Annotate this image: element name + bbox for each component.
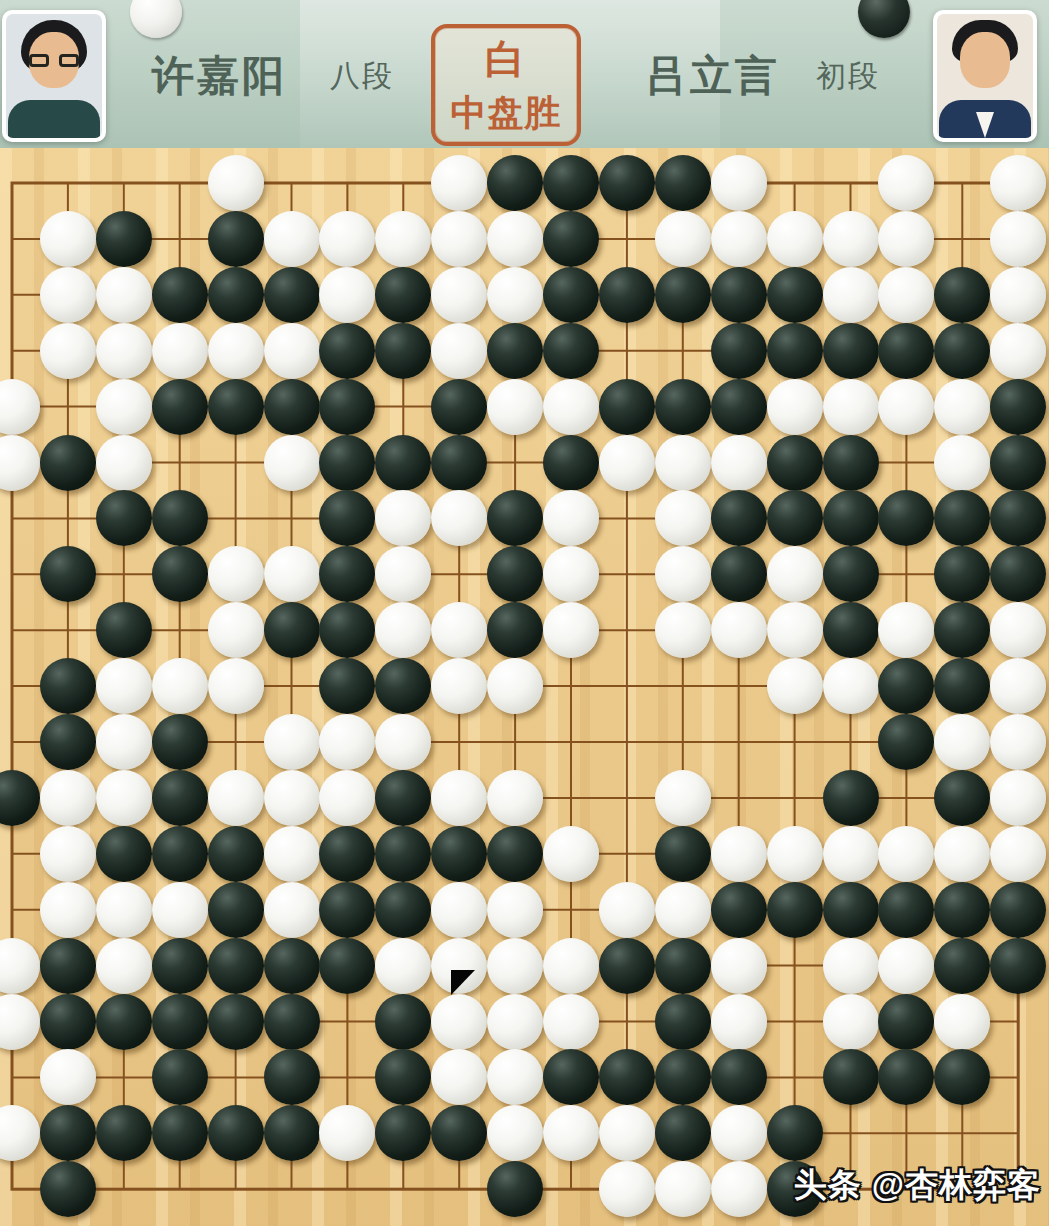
black-stone-c5r18: [208, 1105, 264, 1161]
white-stone-c6r14: [264, 882, 320, 938]
black-stone-c18r12: [934, 770, 990, 826]
black-stone-c11r3: [543, 267, 599, 323]
black-stone-c16r6: [823, 435, 879, 491]
black-stone-c10r8: [487, 546, 543, 602]
white-stone-c5r8: [208, 546, 264, 602]
white-stone-c7r12: [319, 770, 375, 826]
white-stone-c17r3: [878, 267, 934, 323]
avatar-left-body: [8, 100, 100, 138]
white-stone-c18r11: [934, 714, 990, 770]
white-stone-c2r13: [40, 826, 96, 882]
black-stone-c3r9: [96, 602, 152, 658]
black-stone-c10r19: [487, 1161, 543, 1217]
white-stone-c10r3: [487, 267, 543, 323]
white-stone-c5r12: [208, 770, 264, 826]
white-stone-c16r3: [823, 267, 879, 323]
black-stone-c13r16: [655, 994, 711, 1050]
black-stone-c6r3: [264, 267, 320, 323]
white-stone-c19r1: [990, 155, 1046, 211]
white-stone-c9r3: [431, 267, 487, 323]
white-stone-c11r13: [543, 826, 599, 882]
black-stone-c5r3: [208, 267, 264, 323]
white-stone-c18r13: [934, 826, 990, 882]
white-stone-c17r15: [878, 938, 934, 994]
black-stone-c15r18: [767, 1105, 823, 1161]
black-stone-c18r14: [934, 882, 990, 938]
watermark: 头条 @杏林弈客: [794, 1163, 1041, 1208]
black-stone-c2r8: [40, 546, 96, 602]
black-stone-c2r10: [40, 658, 96, 714]
white-stone-c10r2: [487, 211, 543, 267]
black-stone-c7r13: [319, 826, 375, 882]
black-stone-c13r13: [655, 826, 711, 882]
black-stone-c12r3: [599, 267, 655, 323]
white-stone-c15r10: [767, 658, 823, 714]
white-stone-c10r15: [487, 938, 543, 994]
black-stone-c4r17: [152, 1049, 208, 1105]
black-stone-c16r7: [823, 490, 879, 546]
black-stone-c8r6: [375, 435, 431, 491]
white-stone-c2r4: [40, 323, 96, 379]
black-stone-c4r18: [152, 1105, 208, 1161]
white-stone-c6r8: [264, 546, 320, 602]
white-stone-c9r14: [431, 882, 487, 938]
white-stone-c6r6: [264, 435, 320, 491]
white-stone-c5r1: [208, 155, 264, 211]
black-stone-c4r7: [152, 490, 208, 546]
black-stone-c6r5: [264, 379, 320, 435]
black-stone-c15r6: [767, 435, 823, 491]
black-stone-c8r3: [375, 267, 431, 323]
white-stone-c19r9: [990, 602, 1046, 658]
white-stone-c3r3: [96, 267, 152, 323]
black-stone-c7r4: [319, 323, 375, 379]
black-stone-c15r7: [767, 490, 823, 546]
black-stone-c15r4: [767, 323, 823, 379]
white-stone-c2r12: [40, 770, 96, 826]
white-stone-c15r2: [767, 211, 823, 267]
white-stone-c9r4: [431, 323, 487, 379]
result-badge: 白 中盘胜: [431, 24, 581, 146]
white-stone-c17r2: [878, 211, 934, 267]
black-stone-c8r10: [375, 658, 431, 714]
white-stone-c11r9: [543, 602, 599, 658]
white-stone-c12r19: [599, 1161, 655, 1217]
white-stone-c6r13: [264, 826, 320, 882]
black-stone-c14r17: [711, 1049, 767, 1105]
black-stone-c8r16: [375, 994, 431, 1050]
white-stone-c6r4: [264, 323, 320, 379]
black-stone-c13r1: [655, 155, 711, 211]
white-stone-c3r15: [96, 938, 152, 994]
white-stone-c9r12: [431, 770, 487, 826]
black-stone-c4r15: [152, 938, 208, 994]
black-stone-c5r13: [208, 826, 264, 882]
white-stone-c10r16: [487, 994, 543, 1050]
white-stone-c18r16: [934, 994, 990, 1050]
white-stone-c17r13: [878, 826, 934, 882]
black-stone-c10r4: [487, 323, 543, 379]
white-stone-c3r10: [96, 658, 152, 714]
white-stone-c19r13: [990, 826, 1046, 882]
white-stone-c4r4: [152, 323, 208, 379]
player-right-name: 吕立言: [645, 48, 780, 104]
white-stone-c14r19: [711, 1161, 767, 1217]
black-stone-c13r15: [655, 938, 711, 994]
white-stone-c3r11: [96, 714, 152, 770]
black-stone-c3r2: [96, 211, 152, 267]
black-stone-c2r16: [40, 994, 96, 1050]
black-stone-c13r3: [655, 267, 711, 323]
black-stone-c5r15: [208, 938, 264, 994]
black-stone-c16r12: [823, 770, 879, 826]
black-stone-c19r5: [990, 379, 1046, 435]
black-stone-c13r17: [655, 1049, 711, 1105]
black-stone-c16r8: [823, 546, 879, 602]
white-stone-c15r9: [767, 602, 823, 658]
black-stone-c11r1: [543, 155, 599, 211]
black-stone-c7r15: [319, 938, 375, 994]
white-stone-c18r5: [934, 379, 990, 435]
white-stone-c18r6: [934, 435, 990, 491]
black-stone-c4r5: [152, 379, 208, 435]
black-stone-c6r9: [264, 602, 320, 658]
white-stone-c13r12: [655, 770, 711, 826]
black-stone-c8r4: [375, 323, 431, 379]
black-stone-c5r2: [208, 211, 264, 267]
white-stone-c13r9: [655, 602, 711, 658]
black-stone-c11r2: [543, 211, 599, 267]
black-stone-c19r6: [990, 435, 1046, 491]
white-stone-c19r3: [990, 267, 1046, 323]
black-stone-c6r16: [264, 994, 320, 1050]
white-stone-c11r16: [543, 994, 599, 1050]
white-stone-c5r9: [208, 602, 264, 658]
white-stone-c19r12: [990, 770, 1046, 826]
black-stone-c10r13: [487, 826, 543, 882]
white-stone-c4r14: [152, 882, 208, 938]
black-stone-c13r5: [655, 379, 711, 435]
black-stone-c3r7: [96, 490, 152, 546]
black-stone-c8r13: [375, 826, 431, 882]
white-stone-c16r16: [823, 994, 879, 1050]
white-stone-c14r2: [711, 211, 767, 267]
white-stone-c8r15: [375, 938, 431, 994]
player-right-rank: 初段: [816, 56, 880, 97]
black-stone-c18r10: [934, 658, 990, 714]
white-stone-c8r11: [375, 714, 431, 770]
white-stone-c15r13: [767, 826, 823, 882]
glasses-icon: [28, 54, 80, 68]
black-stone-c4r11: [152, 714, 208, 770]
white-stone-c10r12: [487, 770, 543, 826]
avatar-right-face: [960, 32, 1010, 88]
white-stone-c9r16: [431, 994, 487, 1050]
white-stone-c5r4: [208, 323, 264, 379]
white-stone-c8r2: [375, 211, 431, 267]
white-stone-c10r14: [487, 882, 543, 938]
black-stone-c8r14: [375, 882, 431, 938]
black-stone-c17r14: [878, 882, 934, 938]
black-stone-c2r6: [40, 435, 96, 491]
black-stone-c4r3: [152, 267, 208, 323]
white-stone-c13r7: [655, 490, 711, 546]
black-stone-c18r3: [934, 267, 990, 323]
white-stone-c3r6: [96, 435, 152, 491]
white-stone-c14r6: [711, 435, 767, 491]
black-stone-c17r16: [878, 994, 934, 1050]
white-stone-c10r5: [487, 379, 543, 435]
white-stone-c13r2: [655, 211, 711, 267]
game-header: 许嘉阳 八段 白 中盘胜 吕立言 初段: [0, 0, 1049, 148]
white-stone-c12r6: [599, 435, 655, 491]
black-stone-icon: [858, 0, 910, 38]
white-stone-c13r6: [655, 435, 711, 491]
white-stone-c11r5: [543, 379, 599, 435]
white-stone-c16r13: [823, 826, 879, 882]
black-stone-c14r5: [711, 379, 767, 435]
white-stone-c9r2: [431, 211, 487, 267]
black-stone-c2r11: [40, 714, 96, 770]
black-stone-c14r14: [711, 882, 767, 938]
black-stone-c7r14: [319, 882, 375, 938]
black-stone-c8r12: [375, 770, 431, 826]
black-stone-c17r4: [878, 323, 934, 379]
white-stone-c2r17: [40, 1049, 96, 1105]
black-stone-c19r14: [990, 882, 1046, 938]
black-stone-c5r14: [208, 882, 264, 938]
white-stone-c19r4: [990, 323, 1046, 379]
white-stone-c11r15: [543, 938, 599, 994]
black-stone-c12r15: [599, 938, 655, 994]
black-stone-c15r14: [767, 882, 823, 938]
go-board[interactable]: 头条 @杏林弈客: [0, 148, 1049, 1226]
black-stone-c4r13: [152, 826, 208, 882]
white-stone-c17r1: [878, 155, 934, 211]
white-stone-c7r11: [319, 714, 375, 770]
black-stone-c10r1: [487, 155, 543, 211]
white-stone-c19r2: [990, 211, 1046, 267]
avatar-right[interactable]: [933, 10, 1037, 142]
white-stone-c19r10: [990, 658, 1046, 714]
white-stone-c13r8: [655, 546, 711, 602]
white-stone-c14r1: [711, 155, 767, 211]
last-move-triangle-marker: [451, 970, 475, 995]
white-stone-icon: [130, 0, 182, 38]
black-stone-c14r4: [711, 323, 767, 379]
white-stone-c10r18: [487, 1105, 543, 1161]
white-stone-c7r3: [319, 267, 375, 323]
white-stone-c11r8: [543, 546, 599, 602]
black-stone-c16r17: [823, 1049, 879, 1105]
black-stone-c2r18: [40, 1105, 96, 1161]
black-stone-c9r13: [431, 826, 487, 882]
black-stone-c13r18: [655, 1105, 711, 1161]
white-stone-c14r13: [711, 826, 767, 882]
black-stone-c9r6: [431, 435, 487, 491]
black-stone-c14r7: [711, 490, 767, 546]
black-stone-c6r17: [264, 1049, 320, 1105]
white-stone-c3r14: [96, 882, 152, 938]
white-stone-c12r18: [599, 1105, 655, 1161]
white-stone-c10r10: [487, 658, 543, 714]
black-stone-c12r1: [599, 155, 655, 211]
black-stone-c12r17: [599, 1049, 655, 1105]
black-stone-c6r15: [264, 938, 320, 994]
white-stone-c14r9: [711, 602, 767, 658]
white-stone-c14r16: [711, 994, 767, 1050]
white-stone-c11r7: [543, 490, 599, 546]
black-stone-c11r17: [543, 1049, 599, 1105]
white-stone-c6r12: [264, 770, 320, 826]
white-stone-c2r14: [40, 882, 96, 938]
black-stone-c16r4: [823, 323, 879, 379]
white-stone-c14r18: [711, 1105, 767, 1161]
black-stone-c9r5: [431, 379, 487, 435]
black-stone-c16r9: [823, 602, 879, 658]
white-stone-c13r19: [655, 1161, 711, 1217]
black-stone-c2r15: [40, 938, 96, 994]
white-stone-c4r10: [152, 658, 208, 714]
black-stone-c6r18: [264, 1105, 320, 1161]
player-left-name: 许嘉阳: [152, 48, 287, 104]
white-stone-c14r15: [711, 938, 767, 994]
black-stone-c5r5: [208, 379, 264, 435]
black-stone-c2r19: [40, 1161, 96, 1217]
black-stone-c3r13: [96, 826, 152, 882]
black-stone-c7r6: [319, 435, 375, 491]
black-stone-c4r12: [152, 770, 208, 826]
black-stone-c16r14: [823, 882, 879, 938]
avatar-left[interactable]: [2, 10, 106, 142]
black-stone-c10r9: [487, 602, 543, 658]
black-stone-c5r16: [208, 994, 264, 1050]
black-stone-c14r8: [711, 546, 767, 602]
black-stone-c7r5: [319, 379, 375, 435]
go-app-screen: 许嘉阳 八段 白 中盘胜 吕立言 初段 头条 @杏林弈客: [0, 0, 1049, 1226]
white-stone-c12r14: [599, 882, 655, 938]
white-stone-c16r5: [823, 379, 879, 435]
white-stone-c5r10: [208, 658, 264, 714]
black-stone-c14r3: [711, 267, 767, 323]
player-left-rank: 八段: [330, 56, 394, 97]
white-stone-c13r14: [655, 882, 711, 938]
white-stone-c6r2: [264, 211, 320, 267]
white-stone-c6r11: [264, 714, 320, 770]
black-stone-c15r3: [767, 267, 823, 323]
white-stone-c11r18: [543, 1105, 599, 1161]
black-stone-c11r4: [543, 323, 599, 379]
white-stone-c9r9: [431, 602, 487, 658]
white-stone-c19r11: [990, 714, 1046, 770]
result-badge-line1: 白: [435, 32, 577, 87]
black-stone-c12r5: [599, 379, 655, 435]
white-stone-c2r3: [40, 267, 96, 323]
white-stone-c15r8: [767, 546, 823, 602]
white-stone-c15r5: [767, 379, 823, 435]
result-badge-line2: 中盘胜: [435, 89, 577, 138]
white-stone-c17r5: [878, 379, 934, 435]
black-stone-c3r16: [96, 994, 152, 1050]
white-stone-c2r2: [40, 211, 96, 267]
black-stone-c17r11: [878, 714, 934, 770]
black-stone-c18r15: [934, 938, 990, 994]
white-stone-c3r5: [96, 379, 152, 435]
white-stone-c7r2: [319, 211, 375, 267]
black-stone-c19r15: [990, 938, 1046, 994]
black-stone-c11r6: [543, 435, 599, 491]
white-stone-c9r10: [431, 658, 487, 714]
black-stone-c3r18: [96, 1105, 152, 1161]
white-stone-c3r4: [96, 323, 152, 379]
black-stone-c18r4: [934, 323, 990, 379]
white-stone-c9r1: [431, 155, 487, 211]
black-stone-c4r16: [152, 994, 208, 1050]
white-stone-c16r10: [823, 658, 879, 714]
white-stone-c16r2: [823, 211, 879, 267]
white-stone-c3r12: [96, 770, 152, 826]
black-stone-c4r8: [152, 546, 208, 602]
white-stone-c16r15: [823, 938, 879, 994]
